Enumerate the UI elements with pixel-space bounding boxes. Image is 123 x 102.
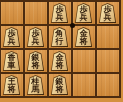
piece-bishop-7g[interactable]: 角行 <box>50 27 69 47</box>
square-6h[interactable] <box>73 50 97 74</box>
square-7i[interactable]: 銀将 <box>49 74 73 98</box>
piece-face: 歩兵 <box>75 4 92 22</box>
piece-kanji: 馬 <box>32 86 40 94</box>
piece-pawn-9g[interactable]: 歩兵 <box>2 27 21 47</box>
piece-pawn-6f[interactable]: 歩兵 <box>74 3 93 23</box>
square-5i[interactable] <box>97 74 121 98</box>
piece-kanji: 車 <box>8 62 16 70</box>
square-9i[interactable]: 王将 <box>1 74 25 98</box>
square-8f[interactable] <box>25 2 49 26</box>
piece-silver-7i[interactable]: 銀将 <box>50 75 69 95</box>
piece-kanji: 兵 <box>32 38 40 46</box>
piece-face: 桂馬 <box>27 76 44 94</box>
square-9h[interactable]: 香車 <box>1 50 25 74</box>
piece-face: 銀将 <box>51 76 68 94</box>
square-5f[interactable]: 歩兵 <box>97 2 121 26</box>
piece-lance-9h[interactable]: 香車 <box>2 51 21 71</box>
piece-kanji: 兵 <box>104 14 112 22</box>
square-8i[interactable]: 桂馬 <box>25 74 49 98</box>
piece-face: 角行 <box>51 28 68 46</box>
piece-face: 歩兵 <box>99 4 116 22</box>
star-point-hoshi <box>70 23 75 28</box>
piece-kanji: 将 <box>80 38 88 46</box>
piece-kanji: 将 <box>56 62 64 70</box>
piece-kanji: 兵 <box>80 14 88 22</box>
square-7g[interactable]: 角行 <box>49 26 73 50</box>
piece-face: 香車 <box>3 52 20 70</box>
piece-kanji: 将 <box>8 86 16 94</box>
square-6i[interactable] <box>73 74 97 98</box>
piece-gold-6g[interactable]: 金将 <box>74 27 93 47</box>
piece-pawn-8g[interactable]: 歩兵 <box>26 27 45 47</box>
piece-kanji: 将 <box>32 62 40 70</box>
piece-face: 歩兵 <box>27 28 44 46</box>
piece-face: 銀将 <box>27 52 44 70</box>
piece-pawn-5f[interactable]: 歩兵 <box>98 3 117 23</box>
piece-silver-8h[interactable]: 銀将 <box>26 51 45 71</box>
piece-king-9i[interactable]: 王将 <box>2 75 21 95</box>
piece-face: 金将 <box>75 28 92 46</box>
piece-face: 歩兵 <box>3 28 20 46</box>
piece-face: 金将 <box>51 52 68 70</box>
square-7h[interactable]: 金将 <box>49 50 73 74</box>
piece-pawn-7f[interactable]: 歩兵 <box>50 3 69 23</box>
square-5g[interactable] <box>97 26 121 50</box>
square-5h[interactable] <box>97 50 121 74</box>
square-8h[interactable]: 銀将 <box>25 50 49 74</box>
square-9f[interactable] <box>1 2 25 26</box>
square-6f[interactable]: 歩兵 <box>73 2 97 26</box>
square-7f[interactable]: 歩兵 <box>49 2 73 26</box>
piece-kanji: 行 <box>56 38 64 46</box>
piece-kanji: 兵 <box>56 14 64 22</box>
square-6g[interactable]: 金将 <box>73 26 97 50</box>
square-9g[interactable]: 歩兵 <box>1 26 25 50</box>
piece-knight-8i[interactable]: 桂馬 <box>26 75 45 95</box>
piece-kanji: 将 <box>56 86 64 94</box>
board-grid: 歩兵歩兵歩兵歩兵歩兵角行金将香車銀将金将王将桂馬銀将 <box>0 0 121 98</box>
square-8g[interactable]: 歩兵 <box>25 26 49 50</box>
piece-gold-7h[interactable]: 金将 <box>50 51 69 71</box>
piece-kanji: 兵 <box>8 38 16 46</box>
piece-face: 歩兵 <box>51 4 68 22</box>
shogi-board: 歩兵歩兵歩兵歩兵歩兵角行金将香車銀将金将王将桂馬銀将 <box>0 0 123 102</box>
piece-face: 王将 <box>3 76 20 94</box>
